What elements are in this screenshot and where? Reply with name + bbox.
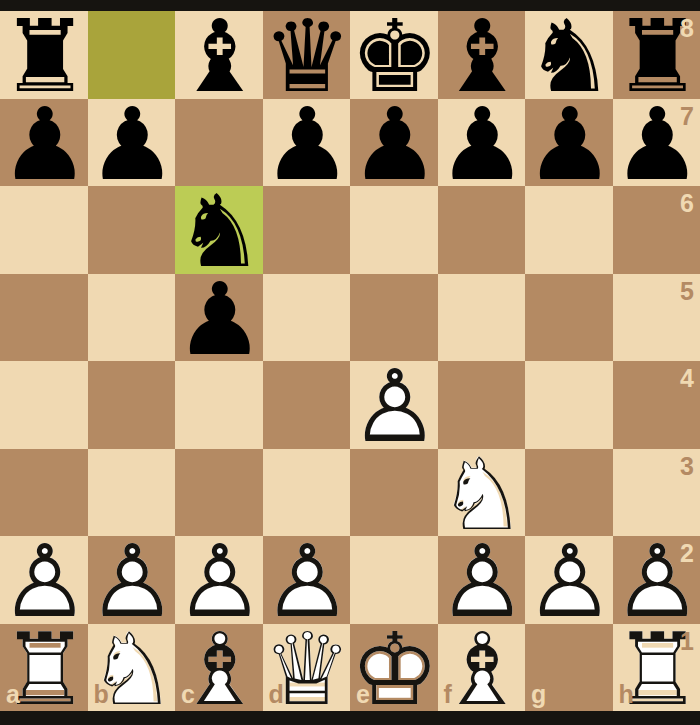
square-c8[interactable]: ♝ (175, 11, 263, 99)
square-b3[interactable] (88, 449, 176, 537)
piece-black-king[interactable]: ♚ (350, 11, 438, 99)
piece-black-bishop[interactable]: ♝ (438, 11, 526, 99)
top-bar (0, 0, 700, 11)
square-g5[interactable] (525, 274, 613, 362)
piece-black-rook[interactable]: ♜ (0, 11, 88, 99)
square-c4[interactable] (175, 361, 263, 449)
square-b7[interactable]: ♟ (88, 99, 176, 187)
square-b5[interactable] (88, 274, 176, 362)
square-e2[interactable] (350, 536, 438, 624)
square-d7[interactable]: ♟ (263, 99, 351, 187)
board: ♜♝♛♚♝♞♜8♟♟♟♟♟♟♟7♞6♟5♟♙4♞♘3♟♙♟♙♟♙♟♙♟♙♟♙♟♙… (0, 11, 700, 711)
piece-white-pawn[interactable]: ♟♙ (175, 536, 263, 624)
square-h1[interactable]: ♜♖1h (613, 624, 700, 712)
square-b1[interactable]: ♞♘b (88, 624, 176, 712)
square-e7[interactable]: ♟ (350, 99, 438, 187)
square-d6[interactable] (263, 186, 351, 274)
square-f8[interactable]: ♝ (438, 11, 526, 99)
square-b2[interactable]: ♟♙ (88, 536, 176, 624)
file-label-b: b (94, 682, 109, 707)
piece-white-pawn[interactable]: ♟♙ (438, 536, 526, 624)
square-h3[interactable]: 3 (613, 449, 700, 537)
app-window: ♜♝♛♚♝♞♜8♟♟♟♟♟♟♟7♞6♟5♟♙4♞♘3♟♙♟♙♟♙♟♙♟♙♟♙♟♙… (0, 0, 700, 725)
piece-black-pawn[interactable]: ♟ (263, 99, 351, 187)
square-h7[interactable]: ♟7 (613, 99, 700, 187)
square-e3[interactable] (350, 449, 438, 537)
square-a4[interactable] (0, 361, 88, 449)
square-h4[interactable]: 4 (613, 361, 700, 449)
piece-black-pawn[interactable]: ♟ (438, 99, 526, 187)
square-d3[interactable] (263, 449, 351, 537)
file-label-h: h (619, 682, 634, 707)
bottom-bar (0, 711, 700, 725)
square-d8[interactable]: ♛ (263, 11, 351, 99)
square-c2[interactable]: ♟♙ (175, 536, 263, 624)
square-a2[interactable]: ♟♙ (0, 536, 88, 624)
square-c3[interactable] (175, 449, 263, 537)
square-d2[interactable]: ♟♙ (263, 536, 351, 624)
square-f4[interactable] (438, 361, 526, 449)
square-g7[interactable]: ♟ (525, 99, 613, 187)
square-b4[interactable] (88, 361, 176, 449)
square-e8[interactable]: ♚ (350, 11, 438, 99)
square-h2[interactable]: ♟♙2 (613, 536, 700, 624)
square-g1[interactable]: g (525, 624, 613, 712)
piece-black-pawn[interactable]: ♟ (525, 99, 613, 187)
rank-label-1: 1 (680, 629, 694, 654)
file-label-e: e (356, 682, 370, 707)
file-label-c: c (181, 682, 195, 707)
file-label-f: f (444, 682, 452, 707)
square-d4[interactable] (263, 361, 351, 449)
square-e5[interactable] (350, 274, 438, 362)
rank-label-2: 2 (680, 541, 694, 566)
rank-label-6: 6 (680, 191, 694, 216)
piece-black-pawn[interactable]: ♟ (88, 99, 176, 187)
square-c7[interactable] (175, 99, 263, 187)
square-g2[interactable]: ♟♙ (525, 536, 613, 624)
piece-white-knight[interactable]: ♞♘ (438, 449, 526, 537)
square-d1[interactable]: ♛♕d (263, 624, 351, 712)
square-f5[interactable] (438, 274, 526, 362)
square-f2[interactable]: ♟♙ (438, 536, 526, 624)
piece-white-pawn[interactable]: ♟♙ (525, 536, 613, 624)
piece-black-bishop[interactable]: ♝ (175, 11, 263, 99)
piece-white-pawn[interactable]: ♟♙ (263, 536, 351, 624)
square-f7[interactable]: ♟ (438, 99, 526, 187)
rank-label-4: 4 (680, 366, 694, 391)
square-g6[interactable] (525, 186, 613, 274)
square-e6[interactable] (350, 186, 438, 274)
square-c5[interactable]: ♟ (175, 274, 263, 362)
piece-black-knight[interactable]: ♞ (175, 186, 263, 274)
piece-black-queen[interactable]: ♛ (263, 11, 351, 99)
square-g4[interactable] (525, 361, 613, 449)
piece-black-pawn[interactable]: ♟ (350, 99, 438, 187)
rank-label-5: 5 (680, 279, 694, 304)
file-label-a: a (6, 682, 20, 707)
square-a8[interactable]: ♜ (0, 11, 88, 99)
rank-label-7: 7 (680, 104, 694, 129)
piece-black-pawn[interactable]: ♟ (175, 274, 263, 362)
file-label-g: g (531, 682, 546, 707)
square-g3[interactable] (525, 449, 613, 537)
square-h8[interactable]: ♜8 (613, 11, 700, 99)
square-c6[interactable]: ♞ (175, 186, 263, 274)
square-f3[interactable]: ♞♘ (438, 449, 526, 537)
rank-label-8: 8 (680, 16, 694, 41)
square-h6[interactable]: 6 (613, 186, 700, 274)
square-f6[interactable] (438, 186, 526, 274)
piece-white-pawn[interactable]: ♟♙ (0, 536, 88, 624)
square-d5[interactable] (263, 274, 351, 362)
square-a6[interactable] (0, 186, 88, 274)
square-e1[interactable]: ♚♔e (350, 624, 438, 712)
piece-black-pawn[interactable]: ♟ (0, 99, 88, 187)
square-e4[interactable]: ♟♙ (350, 361, 438, 449)
file-label-d: d (269, 682, 284, 707)
square-b6[interactable] (88, 186, 176, 274)
rank-label-3: 3 (680, 454, 694, 479)
square-c1[interactable]: ♝♗c (175, 624, 263, 712)
square-f1[interactable]: ♝♗f (438, 624, 526, 712)
square-b8[interactable] (88, 11, 176, 99)
square-a3[interactable] (0, 449, 88, 537)
square-a7[interactable]: ♟ (0, 99, 88, 187)
piece-white-pawn[interactable]: ♟♙ (88, 536, 176, 624)
square-a1[interactable]: ♜♖a (0, 624, 88, 712)
piece-black-knight[interactable]: ♞ (525, 11, 613, 99)
piece-white-pawn[interactable]: ♟♙ (350, 361, 438, 449)
square-a5[interactable] (0, 274, 88, 362)
square-h5[interactable]: 5 (613, 274, 700, 362)
square-g8[interactable]: ♞ (525, 11, 613, 99)
